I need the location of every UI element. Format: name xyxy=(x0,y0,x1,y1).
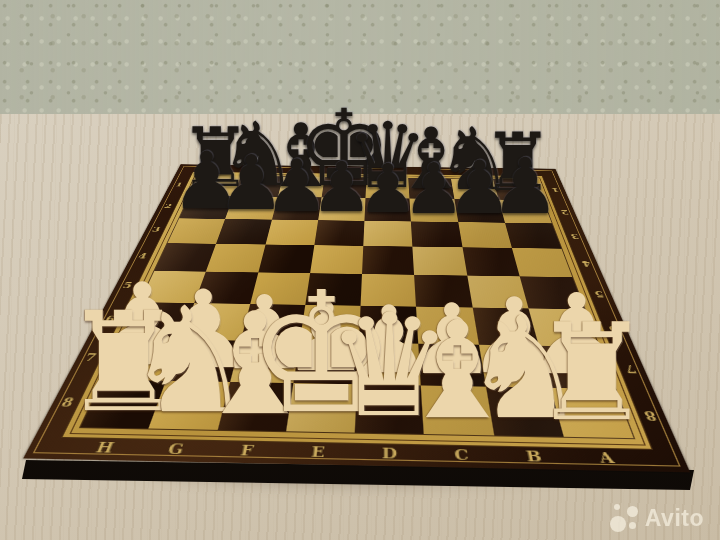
square-b5 xyxy=(467,276,528,309)
square-e3 xyxy=(314,220,364,246)
coordinate-label: H xyxy=(200,166,243,172)
square-g1 xyxy=(234,176,283,197)
square-a5 xyxy=(519,276,584,309)
square-d2 xyxy=(364,198,411,221)
square-d6 xyxy=(359,306,419,343)
square-e8 xyxy=(286,383,357,433)
square-a2 xyxy=(498,200,551,223)
square-f1 xyxy=(277,177,324,198)
square-d3 xyxy=(363,221,412,247)
square-c3 xyxy=(411,221,462,247)
square-f6 xyxy=(240,304,305,341)
coordinate-label: E xyxy=(281,441,354,463)
photo-scene: HGFEDCBA HGFEDCBA 12345678 12345678 ♜♞♝♚… xyxy=(0,0,720,540)
coordinate-label: B xyxy=(449,169,492,175)
coordinate-label: C xyxy=(408,168,450,174)
square-d8 xyxy=(355,384,424,434)
square-b4 xyxy=(462,247,519,276)
square-e1 xyxy=(321,177,366,198)
square-d1 xyxy=(365,178,409,199)
square-g4 xyxy=(206,244,265,273)
square-g6 xyxy=(181,303,249,340)
square-g3 xyxy=(216,219,271,245)
square-d5 xyxy=(361,274,417,307)
coordinate-label: D xyxy=(353,443,426,465)
coordinate-label: C xyxy=(425,444,499,466)
square-d7 xyxy=(357,342,421,385)
square-c2 xyxy=(410,199,458,222)
square-f4 xyxy=(258,244,314,273)
square-f7 xyxy=(230,340,300,383)
square-c4 xyxy=(413,246,467,275)
square-e7 xyxy=(293,341,359,384)
square-f2 xyxy=(272,197,322,220)
avito-watermark-text: Avito xyxy=(645,505,704,532)
square-b2 xyxy=(454,199,505,222)
square-b6 xyxy=(472,308,538,346)
coordinate-label: H xyxy=(65,437,144,458)
square-a4 xyxy=(512,248,573,277)
coordinate-label: F xyxy=(209,440,284,462)
coordinate-label: B xyxy=(496,446,573,468)
square-c7 xyxy=(418,343,485,386)
square-g5 xyxy=(195,272,258,304)
avito-logo-icon xyxy=(610,504,638,532)
square-f5 xyxy=(250,272,310,305)
square-e5 xyxy=(305,273,362,306)
coordinate-label: F xyxy=(283,167,325,173)
square-d4 xyxy=(362,246,414,275)
square-e4 xyxy=(310,245,363,274)
wall-background xyxy=(0,0,720,116)
square-h1 xyxy=(190,176,241,197)
square-c6 xyxy=(416,307,478,345)
square-c8 xyxy=(421,385,494,435)
square-e2 xyxy=(318,197,366,220)
coordinate-label: E xyxy=(325,167,367,173)
coordinate-label: A xyxy=(567,447,647,469)
square-b1 xyxy=(451,179,499,200)
avito-watermark: Avito xyxy=(610,504,704,532)
square-a3 xyxy=(505,222,562,248)
coordinate-label: D xyxy=(367,168,409,174)
square-c5 xyxy=(414,275,472,308)
coordinate-label: A xyxy=(491,169,535,175)
square-g2 xyxy=(225,196,277,219)
square-f3 xyxy=(265,219,318,245)
square-b3 xyxy=(458,222,512,248)
square-a1 xyxy=(493,179,543,200)
square-f8 xyxy=(217,382,293,432)
coordinate-label: G xyxy=(242,167,285,173)
coordinate-label: G xyxy=(137,439,214,461)
square-e6 xyxy=(299,305,360,342)
square-c1 xyxy=(408,178,454,199)
